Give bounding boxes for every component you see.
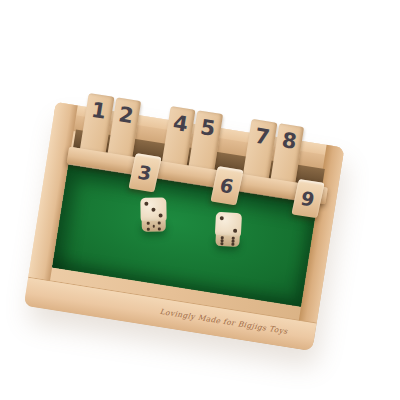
die-pip	[158, 214, 162, 218]
die-right-front-face	[215, 235, 240, 247]
die-pip	[147, 222, 150, 225]
product-photo-scene: 123456789 Lovingly Made for Bigjigs Toys	[0, 0, 400, 400]
die-pip	[158, 228, 161, 231]
die-left-front-face	[142, 220, 166, 231]
die-right[interactable]	[214, 212, 242, 247]
die-pip	[147, 228, 150, 231]
shut-the-box-tray: 123456789 Lovingly Made for Bigjigs Toys	[24, 102, 345, 351]
brand-inscription: Lovingly Made for Bigjigs Toys	[134, 303, 313, 340]
tile-9[interactable]: 9	[292, 179, 325, 218]
die-pip	[145, 202, 149, 206]
die-pip	[233, 229, 237, 233]
die-left[interactable]	[140, 197, 167, 231]
die-pip	[221, 242, 224, 245]
die-left-top-face	[140, 197, 166, 221]
die-pip	[231, 243, 234, 246]
die-pip	[158, 222, 161, 225]
die-right-top-face	[215, 212, 242, 237]
die-pip	[220, 216, 224, 220]
die-pip	[151, 208, 155, 212]
die-pip	[152, 225, 155, 228]
